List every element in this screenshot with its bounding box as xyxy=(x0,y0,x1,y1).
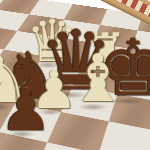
chess-photo: ♛♜♛♚♞♝♞♟♟ xyxy=(0,0,150,150)
piece-dark-pawn[interactable]: ♟ xyxy=(0,81,52,139)
piece-layer: ♛♜♛♚♞♝♞♟♟ xyxy=(0,0,150,150)
